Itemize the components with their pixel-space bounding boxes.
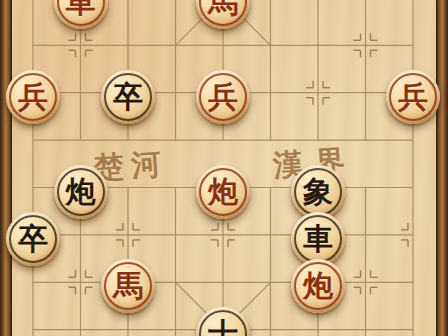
- piece-character: 馬: [113, 271, 143, 301]
- piece-character: 車: [66, 0, 96, 17]
- piece-black-soldier-c3[interactable]: 卒: [101, 70, 155, 124]
- piece-character: 炮: [66, 177, 96, 207]
- piece-black-cannon-b5[interactable]: 炮: [54, 165, 108, 219]
- piece-red-cannon-g7[interactable]: 炮: [291, 259, 345, 313]
- piece-red-soldier-i3[interactable]: 兵: [386, 70, 440, 124]
- piece-character: 卒: [113, 82, 143, 112]
- piece-black-chariot-g6[interactable]: 車: [291, 212, 345, 266]
- piece-character: 士: [208, 319, 238, 336]
- board-frame-right: [436, 0, 448, 336]
- piece-character: 馬: [208, 0, 238, 17]
- piece-character: 兵: [398, 82, 428, 112]
- piece-character: 兵: [208, 82, 238, 112]
- xiangqi-board: 楚河 漢界 車馬兵卒兵兵炮炮象卒車馬炮士: [0, 0, 448, 336]
- piece-black-soldier-a6[interactable]: 卒: [6, 212, 60, 266]
- piece-red-soldier-a3[interactable]: 兵: [6, 70, 60, 124]
- board-frame-left: [0, 0, 12, 336]
- piece-red-soldier-e3[interactable]: 兵: [196, 70, 250, 124]
- piece-character: 象: [303, 177, 333, 207]
- piece-red-horse-c7[interactable]: 馬: [101, 259, 155, 313]
- piece-character: 炮: [303, 271, 333, 301]
- piece-character: 兵: [18, 82, 48, 112]
- piece-black-elephant-g5[interactable]: 象: [291, 165, 345, 219]
- piece-red-cannon-e5[interactable]: 炮: [196, 165, 250, 219]
- piece-character: 炮: [208, 177, 238, 207]
- piece-character: 車: [303, 224, 333, 254]
- piece-character: 卒: [18, 224, 48, 254]
